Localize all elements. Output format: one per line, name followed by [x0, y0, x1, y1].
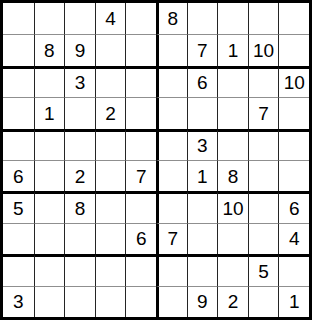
- given-digit: 3: [197, 136, 208, 155]
- cell-r5c1[interactable]: [3, 129, 34, 160]
- cell-r2c7[interactable]: 7: [187, 34, 218, 65]
- cell-r1c4[interactable]: 4: [95, 3, 126, 34]
- cell-r10c6[interactable]: [156, 286, 187, 317]
- cell-r9c4[interactable]: [95, 254, 126, 285]
- cell-r8c4[interactable]: [95, 223, 126, 254]
- cell-r2c2[interactable]: 8: [34, 34, 65, 65]
- cell-r2c3[interactable]: 9: [64, 34, 95, 65]
- cell-r4c2[interactable]: 1: [34, 97, 65, 128]
- given-digit: 9: [197, 292, 208, 311]
- cell-r7c8[interactable]: 10: [217, 191, 248, 222]
- given-digit: 6: [136, 229, 147, 248]
- cell-r4c1[interactable]: [3, 97, 34, 128]
- cell-r8c1[interactable]: [3, 223, 34, 254]
- cell-r10c2[interactable]: [34, 286, 65, 317]
- cell-r4c9[interactable]: 7: [248, 97, 279, 128]
- cell-r5c10[interactable]: [278, 129, 309, 160]
- cell-r6c9[interactable]: [248, 160, 279, 191]
- cell-r7c6[interactable]: [156, 191, 187, 222]
- sudoku-board: 4889711036101273627185810667453921: [0, 0, 312, 320]
- cell-r6c1[interactable]: 6: [3, 160, 34, 191]
- cell-r6c2[interactable]: [34, 160, 65, 191]
- cell-r5c8[interactable]: [217, 129, 248, 160]
- cell-r6c4[interactable]: [95, 160, 126, 191]
- cell-r9c6[interactable]: [156, 254, 187, 285]
- cell-r8c6[interactable]: 7: [156, 223, 187, 254]
- given-digit: 7: [258, 104, 269, 123]
- given-digit: 2: [228, 292, 239, 311]
- cell-r7c9[interactable]: [248, 191, 279, 222]
- given-digit: 3: [13, 292, 24, 311]
- cell-r9c5[interactable]: [125, 254, 156, 285]
- cell-r2c9[interactable]: 10: [248, 34, 279, 65]
- cell-r7c2[interactable]: [34, 191, 65, 222]
- cell-r4c10[interactable]: [278, 97, 309, 128]
- given-digit: 1: [228, 41, 239, 60]
- given-digit: 6: [13, 167, 24, 186]
- cell-r6c6[interactable]: [156, 160, 187, 191]
- cell-r8c10[interactable]: 4: [278, 223, 309, 254]
- given-digit: 2: [105, 104, 116, 123]
- given-digit: 2: [75, 167, 86, 186]
- given-digit: 8: [228, 167, 239, 186]
- cell-r3c3[interactable]: 3: [64, 66, 95, 97]
- cell-r9c7[interactable]: [187, 254, 218, 285]
- cell-r1c3[interactable]: [64, 3, 95, 34]
- given-digit: 4: [289, 229, 300, 248]
- given-digit: 10: [253, 41, 274, 60]
- cell-r7c1[interactable]: 5: [3, 191, 34, 222]
- cell-r10c1[interactable]: 3: [3, 286, 34, 317]
- cell-r1c5[interactable]: [125, 3, 156, 34]
- cell-r10c10[interactable]: 1: [278, 286, 309, 317]
- cell-r10c5[interactable]: [125, 286, 156, 317]
- cell-r2c8[interactable]: 1: [217, 34, 248, 65]
- cell-r1c10[interactable]: [278, 3, 309, 34]
- cell-r3c9[interactable]: [248, 66, 279, 97]
- cell-r6c8[interactable]: 8: [217, 160, 248, 191]
- given-digit: 9: [75, 41, 86, 60]
- cell-r9c10[interactable]: [278, 254, 309, 285]
- cell-r10c4[interactable]: [95, 286, 126, 317]
- cell-r8c9[interactable]: [248, 223, 279, 254]
- cell-r3c7[interactable]: 6: [187, 66, 218, 97]
- cell-r2c6[interactable]: [156, 34, 187, 65]
- cell-r5c7[interactable]: 3: [187, 129, 218, 160]
- cell-r3c8[interactable]: [217, 66, 248, 97]
- cell-r4c6[interactable]: [156, 97, 187, 128]
- given-digit: 6: [197, 73, 208, 92]
- cell-r4c5[interactable]: [125, 97, 156, 128]
- cell-r1c6[interactable]: 8: [156, 3, 187, 34]
- cell-r5c5[interactable]: [125, 129, 156, 160]
- cell-r2c1[interactable]: [3, 34, 34, 65]
- cell-r5c3[interactable]: [64, 129, 95, 160]
- cell-r1c2[interactable]: [34, 3, 65, 34]
- cell-r7c7[interactable]: [187, 191, 218, 222]
- given-digit: 6: [289, 199, 300, 218]
- cell-r3c5[interactable]: [125, 66, 156, 97]
- given-digit: 7: [197, 41, 208, 60]
- cell-r9c2[interactable]: [34, 254, 65, 285]
- given-digit: 1: [289, 292, 300, 311]
- cell-r9c9[interactable]: 5: [248, 254, 279, 285]
- cell-r1c9[interactable]: [248, 3, 279, 34]
- given-digit: 8: [44, 41, 55, 60]
- cell-r3c10[interactable]: 10: [278, 66, 309, 97]
- cell-r6c3[interactable]: 2: [64, 160, 95, 191]
- cell-r1c7[interactable]: [187, 3, 218, 34]
- cell-r10c3[interactable]: [64, 286, 95, 317]
- cell-r9c8[interactable]: [217, 254, 248, 285]
- cell-r3c6[interactable]: [156, 66, 187, 97]
- given-digit: 10: [222, 199, 243, 218]
- given-digit: 7: [168, 229, 179, 248]
- cell-r8c8[interactable]: [217, 223, 248, 254]
- cell-r5c9[interactable]: [248, 129, 279, 160]
- cell-r5c2[interactable]: [34, 129, 65, 160]
- cell-r1c1[interactable]: [3, 3, 34, 34]
- cell-r5c4[interactable]: [95, 129, 126, 160]
- cell-r3c1[interactable]: [3, 66, 34, 97]
- cell-r7c4[interactable]: [95, 191, 126, 222]
- given-digit: 7: [136, 167, 147, 186]
- given-digit: 1: [197, 167, 208, 186]
- cell-r9c1[interactable]: [3, 254, 34, 285]
- given-digit: 8: [168, 9, 179, 28]
- cell-r10c8[interactable]: 2: [217, 286, 248, 317]
- cell-r8c3[interactable]: [64, 223, 95, 254]
- cell-r7c10[interactable]: 6: [278, 191, 309, 222]
- cell-r5c6[interactable]: [156, 129, 187, 160]
- cell-r10c7[interactable]: 9: [187, 286, 218, 317]
- given-digit: 8: [75, 199, 86, 218]
- cell-r2c5[interactable]: [125, 34, 156, 65]
- given-digit: 10: [284, 73, 305, 92]
- given-digit: 5: [258, 262, 269, 281]
- cell-r7c3[interactable]: 8: [64, 191, 95, 222]
- cell-r4c8[interactable]: [217, 97, 248, 128]
- cell-r3c2[interactable]: [34, 66, 65, 97]
- cell-r6c7[interactable]: 1: [187, 160, 218, 191]
- cell-r4c3[interactable]: [64, 97, 95, 128]
- cell-r8c5[interactable]: 6: [125, 223, 156, 254]
- cell-r10c9[interactable]: [248, 286, 279, 317]
- cell-r3c4[interactable]: [95, 66, 126, 97]
- cell-r4c4[interactable]: 2: [95, 97, 126, 128]
- cell-r2c4[interactable]: [95, 34, 126, 65]
- given-digit: 3: [75, 73, 86, 92]
- cell-r4c7[interactable]: [187, 97, 218, 128]
- given-digit: 4: [105, 9, 116, 28]
- cell-r7c5[interactable]: [125, 191, 156, 222]
- cell-r2c10[interactable]: [278, 34, 309, 65]
- cell-r1c8[interactable]: [217, 3, 248, 34]
- cell-r8c7[interactable]: [187, 223, 218, 254]
- given-digit: 1: [44, 104, 55, 123]
- cell-r6c5[interactable]: 7: [125, 160, 156, 191]
- cell-r8c2[interactable]: [34, 223, 65, 254]
- cell-r6c10[interactable]: [278, 160, 309, 191]
- cell-r9c3[interactable]: [64, 254, 95, 285]
- given-digit: 5: [13, 199, 24, 218]
